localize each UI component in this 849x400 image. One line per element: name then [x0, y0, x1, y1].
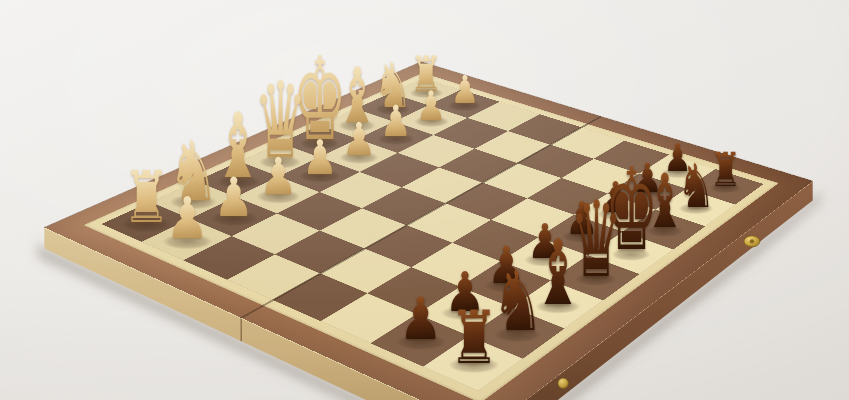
black-rook-glyph: ♜: [446, 301, 501, 374]
white-pawn-glyph: ♟: [449, 71, 481, 110]
white-pawn-glyph: ♟: [212, 170, 257, 224]
white-pawn-glyph: ♟: [340, 117, 378, 162]
white-pawn-glyph: ♟: [414, 85, 448, 126]
white-pawn-glyph: ♟: [163, 190, 211, 248]
white-pawn-glyph: ♟: [257, 151, 300, 202]
chess-set-photo: ♜♟♞♟♝♟♚♟♛♟♟♝♜♟♟♞♞♟♟♜♝♟♟♚♟♛♟♝♟♞♟♜: [0, 0, 849, 400]
white-pawn-glyph: ♟: [378, 101, 414, 144]
pieces-layer: ♜♟♞♟♝♟♚♟♛♟♟♝♜♟♟♞♞♟♟♜♝♟♟♚♟♛♟♝♟♞♟♜: [0, 0, 849, 400]
white-pawn-glyph: ♟: [300, 134, 340, 182]
black-pawn-glyph: ♟: [396, 290, 445, 349]
